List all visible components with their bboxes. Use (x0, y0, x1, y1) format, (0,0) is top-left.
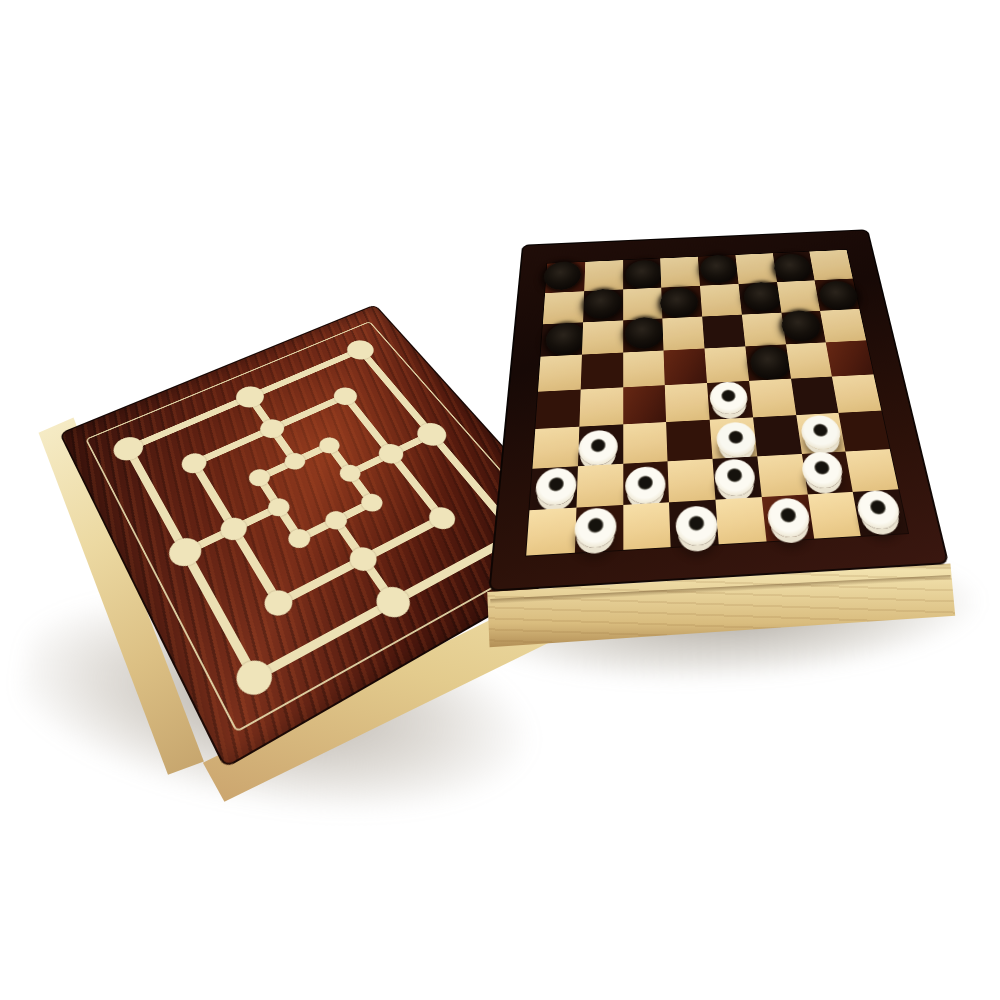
checker-piece-black[interactable] (626, 259, 663, 289)
checkers-board (488, 229, 949, 592)
checkers-cell[interactable] (668, 458, 716, 502)
checkers-cell[interactable] (582, 320, 623, 355)
checkers-cell[interactable] (583, 289, 623, 322)
checkers-cell[interactable] (853, 490, 908, 536)
checkers-cell[interactable] (781, 310, 826, 344)
checkers-cell[interactable] (801, 451, 853, 495)
checkers-cell[interactable] (623, 318, 664, 353)
checkers-cell[interactable] (623, 461, 669, 505)
checkers-cell[interactable] (579, 387, 623, 426)
checkers-cell[interactable] (772, 252, 814, 282)
checkers-cell[interactable] (749, 379, 796, 418)
checkers-cell[interactable] (529, 466, 577, 511)
checkers-cell[interactable] (846, 449, 899, 492)
checkers-cell[interactable] (623, 422, 668, 464)
checkers-cell[interactable] (526, 508, 576, 556)
checkers-cell[interactable] (715, 497, 766, 544)
checkers-cell[interactable] (575, 505, 623, 553)
checker-piece-black[interactable] (773, 253, 814, 282)
checker-piece-white[interactable] (534, 467, 576, 506)
checkers-cell[interactable] (710, 417, 757, 458)
checker-piece-white[interactable] (766, 497, 812, 538)
checker-piece-black[interactable] (780, 310, 823, 343)
checkers-cell[interactable] (810, 250, 853, 280)
checkers-cell[interactable] (661, 286, 702, 319)
checkers-cell[interactable] (545, 262, 585, 293)
checker-piece-black[interactable] (817, 280, 860, 311)
checkers-cell[interactable] (839, 410, 890, 451)
checker-piece-white[interactable] (574, 507, 617, 549)
checkers-cell[interactable] (738, 282, 781, 314)
checkers-cell[interactable] (742, 312, 786, 346)
checkers-cell[interactable] (623, 385, 667, 424)
checkers-cell[interactable] (532, 426, 579, 468)
checkers-cell[interactable] (576, 463, 623, 507)
checkers-cell[interactable] (753, 415, 802, 456)
checkers-cell[interactable] (702, 314, 745, 348)
checker-piece-white[interactable] (709, 381, 749, 415)
morris-board-scene (80, 255, 550, 725)
checkers-cell[interactable] (580, 353, 622, 390)
checker-piece-white[interactable] (626, 466, 667, 505)
checkers-cell[interactable] (832, 374, 881, 412)
checkers-cell[interactable] (762, 495, 814, 542)
checkers-cell[interactable] (663, 316, 705, 350)
checkers-cell[interactable] (820, 309, 866, 343)
checkers-cell[interactable] (757, 454, 807, 498)
checkers-cell[interactable] (623, 287, 663, 320)
checkers-cell[interactable] (777, 280, 821, 312)
checkers-board-scene (482, 158, 932, 608)
checkers-cell[interactable] (623, 503, 671, 550)
checkers-cell[interactable] (665, 383, 710, 422)
checker-piece-white[interactable] (715, 421, 757, 457)
checkers-cell[interactable] (666, 420, 712, 461)
checkers-grid (526, 250, 908, 556)
checker-piece-black[interactable] (543, 261, 581, 291)
checkers-cell[interactable] (669, 500, 718, 547)
checker-piece-white[interactable] (713, 459, 756, 498)
checkers-cell[interactable] (698, 255, 738, 286)
checker-piece-white[interactable] (578, 429, 618, 466)
checker-piece-black[interactable] (583, 288, 621, 319)
checkers-cell[interactable] (540, 322, 582, 357)
checkers-cell[interactable] (826, 341, 874, 377)
checkers-cell[interactable] (745, 345, 790, 381)
checkers-cell[interactable] (623, 351, 665, 388)
checker-piece-white[interactable] (675, 505, 719, 547)
checkers-cell[interactable] (712, 456, 761, 500)
checkers-cell[interactable] (660, 257, 700, 288)
checker-piece-black[interactable] (660, 287, 699, 318)
checkers-cell[interactable] (543, 291, 584, 324)
checker-piece-black[interactable] (699, 254, 738, 283)
checkers-cell[interactable] (584, 260, 623, 291)
checkers-cell[interactable] (705, 347, 749, 383)
checkers-cell[interactable] (578, 424, 623, 466)
product-photo-stage (0, 0, 1000, 1000)
checker-piece-white[interactable] (799, 414, 843, 450)
checkers-cell[interactable] (786, 343, 832, 379)
checkers-cell[interactable] (707, 381, 753, 420)
checkers-cell[interactable] (735, 253, 776, 284)
checkers-cell[interactable] (664, 349, 707, 386)
checkers-cell[interactable] (815, 278, 860, 310)
checker-piece-white[interactable] (855, 490, 903, 531)
checkers-cell[interactable] (535, 390, 580, 429)
checker-piece-black[interactable] (545, 323, 586, 356)
checkers-cell[interactable] (538, 355, 582, 392)
checkers-cell[interactable] (796, 413, 846, 454)
checkers-cell[interactable] (791, 377, 839, 415)
checkers-cell[interactable] (700, 284, 742, 316)
checker-piece-black[interactable] (625, 317, 664, 350)
checker-piece-white[interactable] (800, 451, 845, 489)
checkers-cell[interactable] (807, 492, 861, 539)
checkers-cell[interactable] (623, 258, 662, 289)
